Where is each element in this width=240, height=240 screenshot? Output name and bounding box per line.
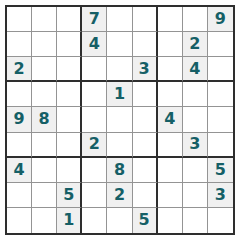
cell-r9c4[interactable] [82,208,107,233]
cell-r4c8[interactable] [183,82,208,107]
cell-r1c1[interactable] [7,7,32,32]
sudoku-board: 794223419842348552315 [5,5,235,235]
cell-r3c2[interactable] [32,57,57,82]
cell-r9c5[interactable] [107,208,132,233]
cell-r4c7[interactable] [158,82,183,107]
cell-r1c9[interactable]: 9 [208,7,233,32]
cell-r1c2[interactable] [32,7,57,32]
cell-r1c7[interactable] [158,7,183,32]
cell-r4c6[interactable] [133,82,158,107]
cell-r3c7[interactable] [158,57,183,82]
cell-r2c7[interactable] [158,32,183,57]
cell-r3c6[interactable]: 3 [133,57,158,82]
cell-r6c6[interactable] [133,133,158,158]
cell-r6c1[interactable] [7,133,32,158]
cell-r9c7[interactable] [158,208,183,233]
cell-r9c3[interactable]: 1 [57,208,82,233]
cell-r5c3[interactable] [57,107,82,132]
cell-r5c5[interactable] [107,107,132,132]
cell-r8c2[interactable] [32,183,57,208]
cell-r4c1[interactable] [7,82,32,107]
cell-r8c9[interactable]: 3 [208,183,233,208]
cell-r2c1[interactable] [7,32,32,57]
cell-r2c9[interactable] [208,32,233,57]
cell-r3c4[interactable] [82,57,107,82]
cell-r4c9[interactable] [208,82,233,107]
cell-r5c6[interactable] [133,107,158,132]
cell-r2c5[interactable] [107,32,132,57]
cell-r6c2[interactable] [32,133,57,158]
cell-r7c1[interactable]: 4 [7,158,32,183]
cell-r7c6[interactable] [133,158,158,183]
cell-r6c8[interactable]: 3 [183,133,208,158]
cell-r4c2[interactable] [32,82,57,107]
cell-r4c5[interactable]: 1 [107,82,132,107]
cell-r9c2[interactable] [32,208,57,233]
cell-r5c4[interactable] [82,107,107,132]
cell-r7c3[interactable] [57,158,82,183]
cell-r2c3[interactable] [57,32,82,57]
cell-r3c5[interactable] [107,57,132,82]
cell-r4c3[interactable] [57,82,82,107]
cell-r9c6[interactable]: 5 [133,208,158,233]
cell-r5c7[interactable]: 4 [158,107,183,132]
cell-r8c1[interactable] [7,183,32,208]
cell-r8c5[interactable]: 2 [107,183,132,208]
cell-r2c8[interactable]: 2 [183,32,208,57]
cell-r8c4[interactable] [82,183,107,208]
cell-r5c9[interactable] [208,107,233,132]
cell-r2c2[interactable] [32,32,57,57]
cell-r7c4[interactable] [82,158,107,183]
cell-r6c3[interactable] [57,133,82,158]
cell-r9c8[interactable] [183,208,208,233]
cell-r6c7[interactable] [158,133,183,158]
cell-r5c2[interactable]: 8 [32,107,57,132]
cell-r3c8[interactable]: 4 [183,57,208,82]
cell-r7c9[interactable]: 5 [208,158,233,183]
cell-r1c5[interactable] [107,7,132,32]
cell-r3c3[interactable] [57,57,82,82]
cell-r6c9[interactable] [208,133,233,158]
cell-r8c3[interactable]: 5 [57,183,82,208]
cell-r5c1[interactable]: 9 [7,107,32,132]
cell-r8c8[interactable] [183,183,208,208]
cell-r1c3[interactable] [57,7,82,32]
cell-r8c6[interactable] [133,183,158,208]
cell-r1c8[interactable] [183,7,208,32]
cell-r9c1[interactable] [7,208,32,233]
cell-r1c6[interactable] [133,7,158,32]
cell-r7c5[interactable]: 8 [107,158,132,183]
page: 794223419842348552315 [0,0,240,240]
cell-r3c9[interactable] [208,57,233,82]
cell-r2c6[interactable] [133,32,158,57]
cell-r5c8[interactable] [183,107,208,132]
cell-r6c4[interactable]: 2 [82,133,107,158]
cell-r1c4[interactable]: 7 [82,7,107,32]
cell-r7c7[interactable] [158,158,183,183]
cell-r8c7[interactable] [158,183,183,208]
cell-r7c2[interactable] [32,158,57,183]
cell-r3c1[interactable]: 2 [7,57,32,82]
cell-r4c4[interactable] [82,82,107,107]
cell-r2c4[interactable]: 4 [82,32,107,57]
cell-r7c8[interactable] [183,158,208,183]
cell-r6c5[interactable] [107,133,132,158]
cell-r9c9[interactable] [208,208,233,233]
